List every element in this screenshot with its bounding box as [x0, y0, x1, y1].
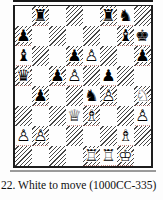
white-pawn-icon: ♟♙: [15, 126, 32, 146]
bottom-rule: [10, 170, 156, 172]
white-pawn-icon: ♟♙: [32, 126, 49, 146]
square-a3: [15, 106, 32, 126]
black-pawn-icon: ♟♟: [15, 26, 32, 46]
black-pawn-icon: ♟♟: [134, 46, 151, 66]
square-e6: ♟♙: [83, 46, 100, 66]
white-bishop-icon: ♝♗: [83, 106, 100, 126]
square-c7: [49, 26, 66, 46]
square-f1: ♜♖: [100, 146, 117, 166]
square-f2: [100, 126, 117, 146]
black-pawn-icon: ♟♟: [49, 66, 66, 86]
black-pawn-icon: ♟♟: [100, 66, 117, 86]
square-g2: ♝♗: [117, 126, 134, 146]
square-h5: [134, 66, 151, 86]
white-queen-icon: ♛♕: [66, 106, 83, 126]
square-f6: [100, 46, 117, 66]
square-b7: [32, 26, 49, 46]
square-c4: [49, 86, 66, 106]
square-e3: ♝♗: [83, 106, 100, 126]
white-king-icon: ♚♔: [117, 146, 134, 166]
square-b8: ♜♜: [32, 6, 49, 26]
square-d1: [66, 146, 83, 166]
square-h1: [134, 146, 151, 166]
square-b4: ♟♟: [32, 86, 49, 106]
square-c2: [49, 126, 66, 146]
black-knight-icon: ♞♞: [83, 86, 100, 106]
black-queen-icon: ♛♛: [15, 66, 32, 86]
white-pawn-icon: ♟♙: [83, 46, 100, 66]
square-f8: ♜♜: [100, 6, 117, 26]
top-rule: [13, 0, 153, 2]
square-f5: ♟♟: [100, 66, 117, 86]
square-e8: [83, 6, 100, 26]
square-g4: [117, 86, 134, 106]
square-a1: [15, 146, 32, 166]
square-e1: ♜♖: [83, 146, 100, 166]
square-b1: [32, 146, 49, 166]
square-h6: ♟♟: [134, 46, 151, 66]
square-g7: ♝♝: [117, 26, 134, 46]
square-d8: [66, 6, 83, 26]
square-e7: [83, 26, 100, 46]
diagram-page: ♜♜♜♜♞♞♟♟♝♝♚♚♝♝♟♟♟♙♟♟♛♛♟♟♟♙♟♟♟♟♞♞♟♙♞♘♛♕♝♗…: [0, 0, 163, 200]
white-rook-icon: ♜♖: [100, 146, 117, 166]
black-knight-icon: ♞♞: [117, 6, 134, 26]
square-g5: [117, 66, 134, 86]
square-d5: ♟♙: [66, 66, 83, 86]
square-a7: ♟♟: [15, 26, 32, 46]
square-f4: ♟♙: [100, 86, 117, 106]
square-g1: ♚♔: [117, 146, 134, 166]
square-b5: [32, 66, 49, 86]
square-h2: [134, 126, 151, 146]
white-pawn-icon: ♟♙: [100, 86, 117, 106]
square-e2: [83, 126, 100, 146]
square-a6: ♝♝: [15, 46, 32, 66]
square-a5: ♛♛: [15, 66, 32, 86]
square-c5: ♟♟: [49, 66, 66, 86]
square-c1: [49, 146, 66, 166]
square-e4: ♞♞: [83, 86, 100, 106]
square-c6: [49, 46, 66, 66]
square-f3: [100, 106, 117, 126]
white-rook-icon: ♜♖: [83, 146, 100, 166]
square-d6: ♟♟: [66, 46, 83, 66]
square-a4: [15, 86, 32, 106]
white-bishop-icon: ♝♗: [117, 126, 134, 146]
board-frame: ♜♜♜♜♞♞♟♟♝♝♚♚♝♝♟♟♟♙♟♟♛♛♟♟♟♙♟♟♟♟♞♞♟♙♞♘♛♕♝♗…: [13, 5, 153, 168]
square-c8: [49, 6, 66, 26]
black-bishop-icon: ♝♝: [117, 26, 134, 46]
white-pawn-icon: ♟♙: [134, 106, 151, 126]
square-h7: ♚♚: [134, 26, 151, 46]
square-a2: ♟♙: [15, 126, 32, 146]
square-h8: [134, 6, 151, 26]
black-king-icon: ♚♚: [134, 26, 151, 46]
square-b6: [32, 46, 49, 66]
square-h4: ♞♘: [134, 86, 151, 106]
black-rook-icon: ♜♜: [32, 6, 49, 26]
square-d3: ♛♕: [66, 106, 83, 126]
square-g3: [117, 106, 134, 126]
black-bishop-icon: ♝♝: [15, 46, 32, 66]
square-a8: [15, 6, 32, 26]
square-g8: ♞♞: [117, 6, 134, 26]
white-pawn-icon: ♟♙: [66, 66, 83, 86]
white-knight-icon: ♞♘: [134, 86, 151, 106]
square-h3: ♟♙: [134, 106, 151, 126]
square-g6: [117, 46, 134, 66]
square-b3: [32, 106, 49, 126]
square-e5: [83, 66, 100, 86]
square-d7: [66, 26, 83, 46]
diagram-caption: 22. White to move (1000CC-335): [1, 179, 162, 191]
black-rook-icon: ♜♜: [100, 6, 117, 26]
square-d4: [66, 86, 83, 106]
chess-board: ♜♜♜♜♞♞♟♟♝♝♚♚♝♝♟♟♟♙♟♟♛♛♟♟♟♙♟♟♟♟♞♞♟♙♞♘♛♕♝♗…: [15, 6, 151, 166]
square-d2: [66, 126, 83, 146]
square-b2: ♟♙: [32, 126, 49, 146]
black-pawn-icon: ♟♟: [66, 46, 83, 66]
black-pawn-icon: ♟♟: [32, 86, 49, 106]
square-f7: [100, 26, 117, 46]
square-c3: [49, 106, 66, 126]
